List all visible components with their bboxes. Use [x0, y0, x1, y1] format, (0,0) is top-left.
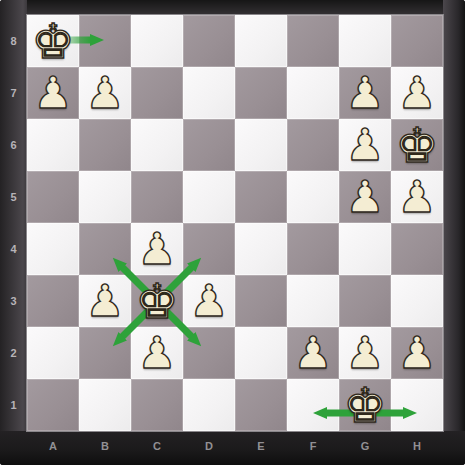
square-d8[interactable] — [183, 15, 235, 67]
file-label-c: C — [131, 431, 183, 465]
file-label-g: G — [339, 431, 391, 465]
square-f6[interactable] — [287, 119, 339, 171]
white-king-h6[interactable]: ♚ — [391, 119, 443, 171]
square-h8[interactable] — [391, 15, 443, 67]
square-g3[interactable] — [339, 275, 391, 327]
square-a2[interactable] — [27, 327, 79, 379]
square-a5[interactable] — [27, 171, 79, 223]
white-pawn-g7[interactable]: ♟ — [339, 67, 391, 119]
square-h1[interactable] — [391, 379, 443, 431]
rank-label-8: 8 — [0, 15, 27, 67]
square-e2[interactable] — [235, 327, 287, 379]
square-e8[interactable] — [235, 15, 287, 67]
white-pawn-d3[interactable]: ♟ — [183, 275, 235, 327]
square-e5[interactable] — [235, 171, 287, 223]
file-label-e: E — [235, 431, 287, 465]
square-c8[interactable] — [131, 15, 183, 67]
square-f4[interactable] — [287, 223, 339, 275]
white-king-c3[interactable]: ♚ — [131, 275, 183, 327]
rank-label-5: 5 — [0, 171, 27, 223]
square-b2[interactable] — [79, 327, 131, 379]
rank-label-2: 2 — [0, 327, 27, 379]
rank-label-7: 7 — [0, 67, 27, 119]
square-a6[interactable] — [27, 119, 79, 171]
square-b5[interactable] — [79, 171, 131, 223]
rank-label-4: 4 — [0, 223, 27, 275]
rank-label-6: 6 — [0, 119, 27, 171]
white-pawn-c2[interactable]: ♟ — [131, 327, 183, 379]
white-pawn-b7[interactable]: ♟ — [79, 67, 131, 119]
square-d2[interactable] — [183, 327, 235, 379]
file-label-h: H — [391, 431, 443, 465]
board-frame: 87654321 ABCDEFGH ♚♟♟♟♟♟♚♟♟♟♟♚♟♟♟♟♟♚ — [0, 0, 465, 465]
square-g4[interactable] — [339, 223, 391, 275]
square-d6[interactable] — [183, 119, 235, 171]
square-f7[interactable] — [287, 67, 339, 119]
square-b6[interactable] — [79, 119, 131, 171]
square-a3[interactable] — [27, 275, 79, 327]
white-pawn-g5[interactable]: ♟ — [339, 171, 391, 223]
square-b1[interactable] — [79, 379, 131, 431]
square-b4[interactable] — [79, 223, 131, 275]
square-b8[interactable] — [79, 15, 131, 67]
square-c5[interactable] — [131, 171, 183, 223]
square-g8[interactable] — [339, 15, 391, 67]
white-pawn-a7[interactable]: ♟ — [27, 67, 79, 119]
file-label-f: F — [287, 431, 339, 465]
white-king-g1[interactable]: ♚ — [339, 379, 391, 431]
square-e6[interactable] — [235, 119, 287, 171]
square-h4[interactable] — [391, 223, 443, 275]
white-pawn-h7[interactable]: ♟ — [391, 67, 443, 119]
square-a1[interactable] — [27, 379, 79, 431]
rank-label-3: 3 — [0, 275, 27, 327]
rank-label-1: 1 — [0, 379, 27, 431]
white-pawn-g2[interactable]: ♟ — [339, 327, 391, 379]
square-f8[interactable] — [287, 15, 339, 67]
square-e1[interactable] — [235, 379, 287, 431]
white-pawn-f2[interactable]: ♟ — [287, 327, 339, 379]
square-e7[interactable] — [235, 67, 287, 119]
square-e4[interactable] — [235, 223, 287, 275]
square-f3[interactable] — [287, 275, 339, 327]
square-d5[interactable] — [183, 171, 235, 223]
square-f5[interactable] — [287, 171, 339, 223]
white-pawn-b3[interactable]: ♟ — [79, 275, 131, 327]
square-d7[interactable] — [183, 67, 235, 119]
frame-right-edge — [443, 0, 465, 465]
file-label-b: B — [79, 431, 131, 465]
square-d4[interactable] — [183, 223, 235, 275]
square-h3[interactable] — [391, 275, 443, 327]
white-pawn-h5[interactable]: ♟ — [391, 171, 443, 223]
file-labels: ABCDEFGH — [27, 431, 443, 465]
white-pawn-g6[interactable]: ♟ — [339, 119, 391, 171]
file-label-d: D — [183, 431, 235, 465]
square-e3[interactable] — [235, 275, 287, 327]
white-pawn-c4[interactable]: ♟ — [131, 223, 183, 275]
square-c1[interactable] — [131, 379, 183, 431]
square-c7[interactable] — [131, 67, 183, 119]
white-pawn-h2[interactable]: ♟ — [391, 327, 443, 379]
white-king-a8[interactable]: ♚ — [27, 15, 79, 67]
square-f1[interactable] — [287, 379, 339, 431]
square-c6[interactable] — [131, 119, 183, 171]
rank-labels: 87654321 — [0, 15, 27, 431]
file-label-a: A — [27, 431, 79, 465]
square-a4[interactable] — [27, 223, 79, 275]
square-d1[interactable] — [183, 379, 235, 431]
